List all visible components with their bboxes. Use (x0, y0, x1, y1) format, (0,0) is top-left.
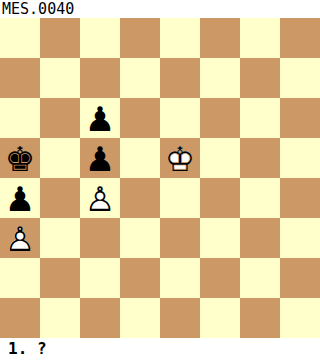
white-pawn[interactable]: ♟♙ (80, 178, 120, 218)
square-h7[interactable] (280, 58, 320, 98)
square-f3[interactable] (200, 218, 240, 258)
square-b3[interactable] (40, 218, 80, 258)
black-pawn-fill-glyph: ♟ (80, 98, 120, 138)
square-c4[interactable]: ♟♙ (80, 178, 120, 218)
square-b1[interactable] (40, 298, 80, 338)
white-pawn[interactable]: ♟♙ (0, 218, 40, 258)
chess-board: ♟♚♟♚♔♟♟♙♟♙ (0, 18, 320, 338)
white-pawn-outline-glyph: ♙ (80, 178, 120, 218)
square-g1[interactable] (240, 298, 280, 338)
square-d2[interactable] (120, 258, 160, 298)
square-a4[interactable]: ♟ (0, 178, 40, 218)
square-d1[interactable] (120, 298, 160, 338)
square-c6[interactable]: ♟ (80, 98, 120, 138)
square-f6[interactable] (200, 98, 240, 138)
square-f7[interactable] (200, 58, 240, 98)
square-h3[interactable] (280, 218, 320, 258)
square-e1[interactable] (160, 298, 200, 338)
square-g6[interactable] (240, 98, 280, 138)
square-c1[interactable] (80, 298, 120, 338)
square-b5[interactable] (40, 138, 80, 178)
black-pawn[interactable]: ♟ (0, 178, 40, 218)
square-d8[interactable] (120, 18, 160, 58)
square-h1[interactable] (280, 298, 320, 338)
square-f5[interactable] (200, 138, 240, 178)
square-g2[interactable] (240, 258, 280, 298)
square-h5[interactable] (280, 138, 320, 178)
square-g4[interactable] (240, 178, 280, 218)
square-b4[interactable] (40, 178, 80, 218)
square-h6[interactable] (280, 98, 320, 138)
square-d3[interactable] (120, 218, 160, 258)
white-king-outline-glyph: ♔ (160, 138, 200, 178)
square-b6[interactable] (40, 98, 80, 138)
square-a6[interactable] (0, 98, 40, 138)
square-a1[interactable] (0, 298, 40, 338)
square-e5[interactable]: ♚♔ (160, 138, 200, 178)
square-g5[interactable] (240, 138, 280, 178)
square-c3[interactable] (80, 218, 120, 258)
black-pawn[interactable]: ♟ (80, 98, 120, 138)
white-king[interactable]: ♚♔ (160, 138, 200, 178)
square-a3[interactable]: ♟♙ (0, 218, 40, 258)
square-g7[interactable] (240, 58, 280, 98)
square-e7[interactable] (160, 58, 200, 98)
black-king[interactable]: ♚ (0, 138, 40, 178)
square-b8[interactable] (40, 18, 80, 58)
square-g8[interactable] (240, 18, 280, 58)
square-f1[interactable] (200, 298, 240, 338)
move-prompt: 1. ? (8, 338, 47, 360)
square-h2[interactable] (280, 258, 320, 298)
square-e3[interactable] (160, 218, 200, 258)
square-d7[interactable] (120, 58, 160, 98)
square-h8[interactable] (280, 18, 320, 58)
square-a5[interactable]: ♚ (0, 138, 40, 178)
square-a8[interactable] (0, 18, 40, 58)
square-f4[interactable] (200, 178, 240, 218)
black-pawn-fill-glyph: ♟ (0, 178, 40, 218)
square-b7[interactable] (40, 58, 80, 98)
square-f8[interactable] (200, 18, 240, 58)
square-d6[interactable] (120, 98, 160, 138)
square-e6[interactable] (160, 98, 200, 138)
square-f2[interactable] (200, 258, 240, 298)
square-g3[interactable] (240, 218, 280, 258)
black-pawn[interactable]: ♟ (80, 138, 120, 178)
black-pawn-fill-glyph: ♟ (80, 138, 120, 178)
black-king-fill-glyph: ♚ (0, 138, 40, 178)
chess-diagram-page: MES.0040 ♟♚♟♚♔♟♟♙♟♙ 1. ? (0, 0, 320, 360)
square-d5[interactable] (120, 138, 160, 178)
diagram-title: MES.0040 (2, 0, 74, 18)
square-b2[interactable] (40, 258, 80, 298)
square-e4[interactable] (160, 178, 200, 218)
square-e2[interactable] (160, 258, 200, 298)
square-c7[interactable] (80, 58, 120, 98)
square-e8[interactable] (160, 18, 200, 58)
square-d4[interactable] (120, 178, 160, 218)
square-a2[interactable] (0, 258, 40, 298)
square-c8[interactable] (80, 18, 120, 58)
square-c2[interactable] (80, 258, 120, 298)
white-pawn-outline-glyph: ♙ (0, 218, 40, 258)
square-c5[interactable]: ♟ (80, 138, 120, 178)
square-h4[interactable] (280, 178, 320, 218)
square-a7[interactable] (0, 58, 40, 98)
